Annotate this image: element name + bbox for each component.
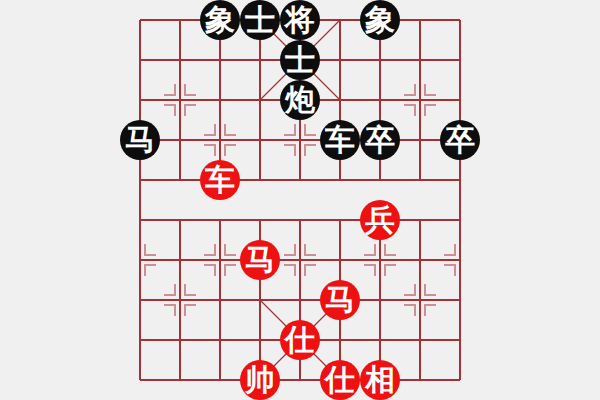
piece-black-soldier[interactable]: 卒 [360, 120, 400, 160]
piece-black-soldier[interactable]: 卒 [440, 120, 480, 160]
piece-black-elephant[interactable]: 象 [360, 0, 400, 40]
piece-black-advisor[interactable]: 士 [240, 0, 280, 40]
piece-red-soldier[interactable]: 兵 [360, 200, 400, 240]
piece-red-horse[interactable]: 马 [240, 240, 280, 280]
piece-red-general[interactable]: 帅 [240, 360, 280, 400]
xiangqi-app-background: 象士将象士炮马车卒卒车兵马马仕帅仕相 [0, 0, 600, 400]
piece-black-general[interactable]: 将 [280, 0, 320, 40]
piece-black-horse[interactable]: 马 [120, 120, 160, 160]
piece-red-elephant[interactable]: 相 [360, 360, 400, 400]
piece-black-elephant[interactable]: 象 [200, 0, 240, 40]
piece-red-advisor[interactable]: 仕 [320, 360, 360, 400]
piece-black-advisor[interactable]: 士 [280, 40, 320, 80]
piece-red-horse[interactable]: 马 [320, 280, 360, 320]
piece-black-cannon[interactable]: 炮 [280, 80, 320, 120]
piece-black-chariot[interactable]: 车 [320, 120, 360, 160]
xiangqi-board: 象士将象士炮马车卒卒车兵马马仕帅仕相 [140, 20, 460, 380]
piece-red-chariot[interactable]: 车 [200, 160, 240, 200]
piece-red-advisor[interactable]: 仕 [280, 320, 320, 360]
